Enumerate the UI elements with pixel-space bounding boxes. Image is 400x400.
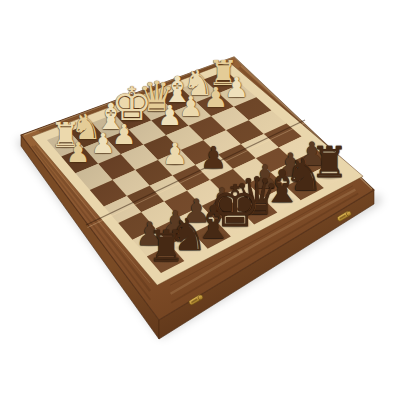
chess-board xyxy=(0,0,400,400)
chess-set-photo: ♜♞♟♝♟♛♟♚♟♝♞♟♜♟♟♟♟♟♟♜♟♞♝♟♛♟♚♟♝♟♞♜ xyxy=(0,0,400,400)
